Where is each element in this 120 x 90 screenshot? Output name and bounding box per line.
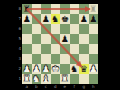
rank-label-2: 2 [16,64,21,74]
square-c5[interactable] [41,34,51,44]
square-h3[interactable] [89,54,99,64]
ghost-black-rook: ♜ [89,4,97,13]
square-f6[interactable] [70,24,80,34]
square-e7[interactable]: ♚ [60,14,70,24]
file-label-b: b [32,84,42,90]
file-label-c: c [41,84,51,90]
white-bishop[interactable]: ♝ [42,74,50,83]
square-g8[interactable] [79,4,89,14]
square-a7[interactable]: ♟ [22,14,32,24]
rank-label-6: 6 [16,24,21,34]
square-b3[interactable] [32,54,42,64]
square-g7[interactable]: ♟ [79,14,89,24]
file-label-a: a [22,84,32,90]
square-d6[interactable] [51,24,61,34]
file-label-e: e [60,84,70,90]
file-label-h: h [89,84,99,90]
square-h2[interactable]: ♟ [89,64,99,74]
white-pawn[interactable]: ♟ [32,64,40,73]
square-g5[interactable] [79,34,89,44]
white-rook[interactable]: ♜ [23,74,31,83]
black-pawn[interactable]: ♟ [89,14,97,23]
white-rook[interactable]: ♜ [61,74,69,83]
square-d2[interactable]: ♚ [51,64,61,74]
white-pawn[interactable]: ♟ [42,64,50,73]
black-pawn[interactable]: ♟ [80,14,88,23]
square-e6[interactable] [60,24,70,34]
black-pawn[interactable]: ♟ [23,14,31,23]
square-b5[interactable] [32,34,42,44]
square-e8[interactable] [60,4,70,14]
square-c3[interactable] [41,54,51,64]
black-pawn[interactable]: ♟ [61,34,69,43]
rank-label-7: 7 [16,14,21,24]
square-a1[interactable]: ♜ [22,74,32,84]
white-king[interactable]: ♚ [51,64,59,73]
square-c8[interactable] [41,4,51,14]
square-g4[interactable] [79,44,89,54]
white-pawn[interactable]: ♟ [23,64,31,73]
square-e4[interactable] [60,44,70,54]
black-knight[interactable]: ♞ [51,14,59,23]
square-h8[interactable]: ♜ [89,4,99,14]
square-b1[interactable]: ♞ [32,74,42,84]
square-f1[interactable] [70,74,80,84]
square-b7[interactable] [32,14,42,24]
square-e5[interactable]: ♟ [60,34,70,44]
square-f4[interactable] [70,44,80,54]
square-d1[interactable] [51,74,61,84]
square-b8[interactable] [32,4,42,14]
chess-board: ♜♜♟♟♞♚♟♟♟♟♟♟♚♞♛♟♜♞♝♜ [22,4,98,84]
square-c2[interactable]: ♟ [41,64,51,74]
square-b2[interactable]: ♟ [32,64,42,74]
file-label-g: g [79,84,89,90]
square-f8[interactable] [70,4,80,14]
square-h7[interactable]: ♟ [89,14,99,24]
square-c4[interactable] [41,44,51,54]
square-a8[interactable]: ♜ [22,4,32,14]
square-h6[interactable] [89,24,99,34]
square-h5[interactable] [89,34,99,44]
square-e1[interactable]: ♜ [60,74,70,84]
square-b6[interactable] [32,24,42,34]
square-e3[interactable] [60,54,70,64]
square-a4[interactable] [22,44,32,54]
black-pawn[interactable]: ♟ [42,14,50,23]
square-a5[interactable] [22,34,32,44]
square-f7[interactable] [70,14,80,24]
square-e2[interactable] [60,64,70,74]
square-h1[interactable] [89,74,99,84]
square-d5[interactable] [51,34,61,44]
square-c7[interactable]: ♟ [41,14,51,24]
white-knight[interactable]: ♞ [32,74,40,83]
file-label-d: d [51,84,61,90]
square-f2[interactable]: ♞ [70,64,80,74]
black-rook[interactable]: ♜ [23,4,31,13]
square-a6[interactable] [22,24,32,34]
chess-app-screen: ♜♜♟♟♞♚♟♟♟♟♟♟♚♞♛♟♜♞♝♜ 87654321abcdefgh [0,0,120,90]
square-d8[interactable] [51,4,61,14]
square-d4[interactable] [51,44,61,54]
square-a2[interactable]: ♟ [22,64,32,74]
rank-label-8: 8 [16,4,21,14]
rank-label-4: 4 [16,44,21,54]
square-f3[interactable] [70,54,80,64]
square-g1[interactable] [79,74,89,84]
rank-label-3: 3 [16,54,21,64]
black-queen[interactable]: ♛ [80,64,88,73]
file-label-f: f [70,84,80,90]
square-c6[interactable] [41,24,51,34]
black-king[interactable]: ♚ [61,14,69,23]
black-knight[interactable]: ♞ [70,64,78,73]
rank-label-5: 5 [16,34,21,44]
square-d3[interactable] [51,54,61,64]
square-g2[interactable]: ♛ [79,64,89,74]
square-h4[interactable] [89,44,99,54]
square-a3[interactable] [22,54,32,64]
square-f5[interactable] [70,34,80,44]
square-c1[interactable]: ♝ [41,74,51,84]
square-g6[interactable] [79,24,89,34]
square-d7[interactable]: ♞ [51,14,61,24]
rank-label-1: 1 [16,74,21,84]
white-pawn[interactable]: ♟ [89,64,97,73]
square-g3[interactable] [79,54,89,64]
square-b4[interactable] [32,44,42,54]
